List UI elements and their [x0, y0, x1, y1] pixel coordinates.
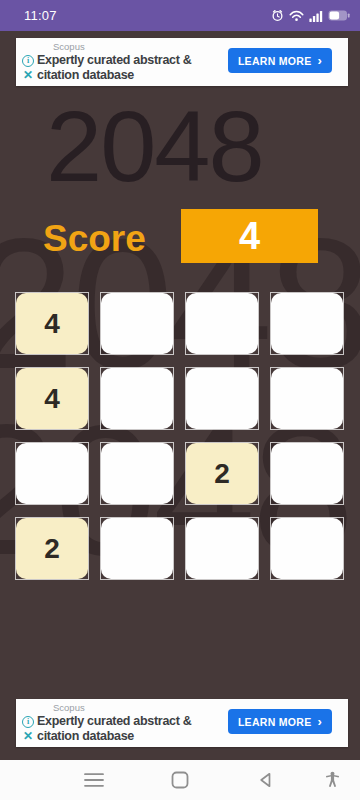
score-label: Score — [43, 218, 146, 260]
cell-r3c0: 2 — [15, 517, 89, 580]
back-icon[interactable] — [245, 760, 285, 800]
ad-info-icon[interactable]: i — [22, 716, 34, 728]
accessibility-icon[interactable] — [312, 760, 352, 800]
status-time: 11:07 — [24, 8, 57, 23]
tile: 4 — [16, 368, 88, 429]
cell-r1c2 — [185, 367, 259, 430]
status-bar: 11:07 — [0, 0, 360, 31]
cell-r0c1 — [100, 292, 174, 355]
alarm-icon — [271, 9, 284, 22]
tile — [271, 518, 343, 579]
score-value: 4 — [239, 215, 260, 258]
cell-r2c2: 2 — [185, 442, 259, 505]
ad-headline-line1: Expertly curated abstract & — [37, 53, 191, 68]
cell-r0c2 — [185, 292, 259, 355]
ad-text-block: Scopus Expertly curated abstract & citat… — [37, 702, 191, 744]
tile: 2 — [186, 443, 258, 504]
wifi-icon — [289, 10, 304, 22]
cell-r2c1 — [100, 442, 174, 505]
tile — [16, 443, 88, 504]
ad-advertiser: Scopus — [53, 702, 191, 713]
chevron-right-icon: › — [317, 714, 322, 729]
tile — [101, 293, 173, 354]
tile — [101, 443, 173, 504]
tile: 2 — [16, 518, 88, 579]
score-box: 4 — [181, 209, 318, 263]
ad-text-block: Scopus Expertly curated abstract & citat… — [37, 41, 191, 83]
cell-r3c2 — [185, 517, 259, 580]
tile — [186, 293, 258, 354]
android-nav-bar — [0, 760, 360, 800]
tile — [186, 368, 258, 429]
cell-r2c3 — [270, 442, 344, 505]
ad-close-icon[interactable]: ✕ — [23, 69, 33, 81]
page-title: 2048 — [46, 96, 263, 197]
signal-icon — [309, 10, 323, 22]
ad-headline-line2: citation database — [37, 68, 191, 83]
tile — [271, 443, 343, 504]
tile — [101, 518, 173, 579]
learn-more-button[interactable]: LEARN MORE › — [228, 48, 332, 73]
tile — [271, 368, 343, 429]
home-icon[interactable] — [160, 760, 200, 800]
phone-screen: 11:07 — [0, 0, 360, 800]
cell-r1c0: 4 — [15, 367, 89, 430]
learn-more-button[interactable]: LEARN MORE › — [228, 709, 332, 734]
ad-headline-line2: citation database — [37, 729, 191, 744]
cell-r1c3 — [270, 367, 344, 430]
battery-icon — [328, 10, 350, 21]
tile — [271, 293, 343, 354]
board[interactable]: 4 4 2 2 — [15, 292, 344, 580]
ad-banner-top[interactable]: i ✕ Scopus Expertly curated abstract & c… — [16, 38, 348, 86]
menu-icon[interactable] — [74, 760, 114, 800]
cell-r3c1 — [100, 517, 174, 580]
cell-r0c3 — [270, 292, 344, 355]
cell-r2c0 — [15, 442, 89, 505]
ad-info-icon[interactable]: i — [22, 55, 34, 67]
cell-r3c3 — [270, 517, 344, 580]
chevron-right-icon: › — [317, 53, 322, 68]
status-icons — [271, 9, 350, 22]
cell-r0c0: 4 — [15, 292, 89, 355]
ad-banner-bottom[interactable]: i ✕ Scopus Expertly curated abstract & c… — [16, 699, 348, 747]
tile — [101, 368, 173, 429]
ad-headline-line1: Expertly curated abstract & — [37, 714, 191, 729]
tile: 4 — [16, 293, 88, 354]
ad-advertiser: Scopus — [53, 41, 191, 52]
cell-r1c1 — [100, 367, 174, 430]
tile — [186, 518, 258, 579]
ad-close-icon[interactable]: ✕ — [23, 730, 33, 742]
